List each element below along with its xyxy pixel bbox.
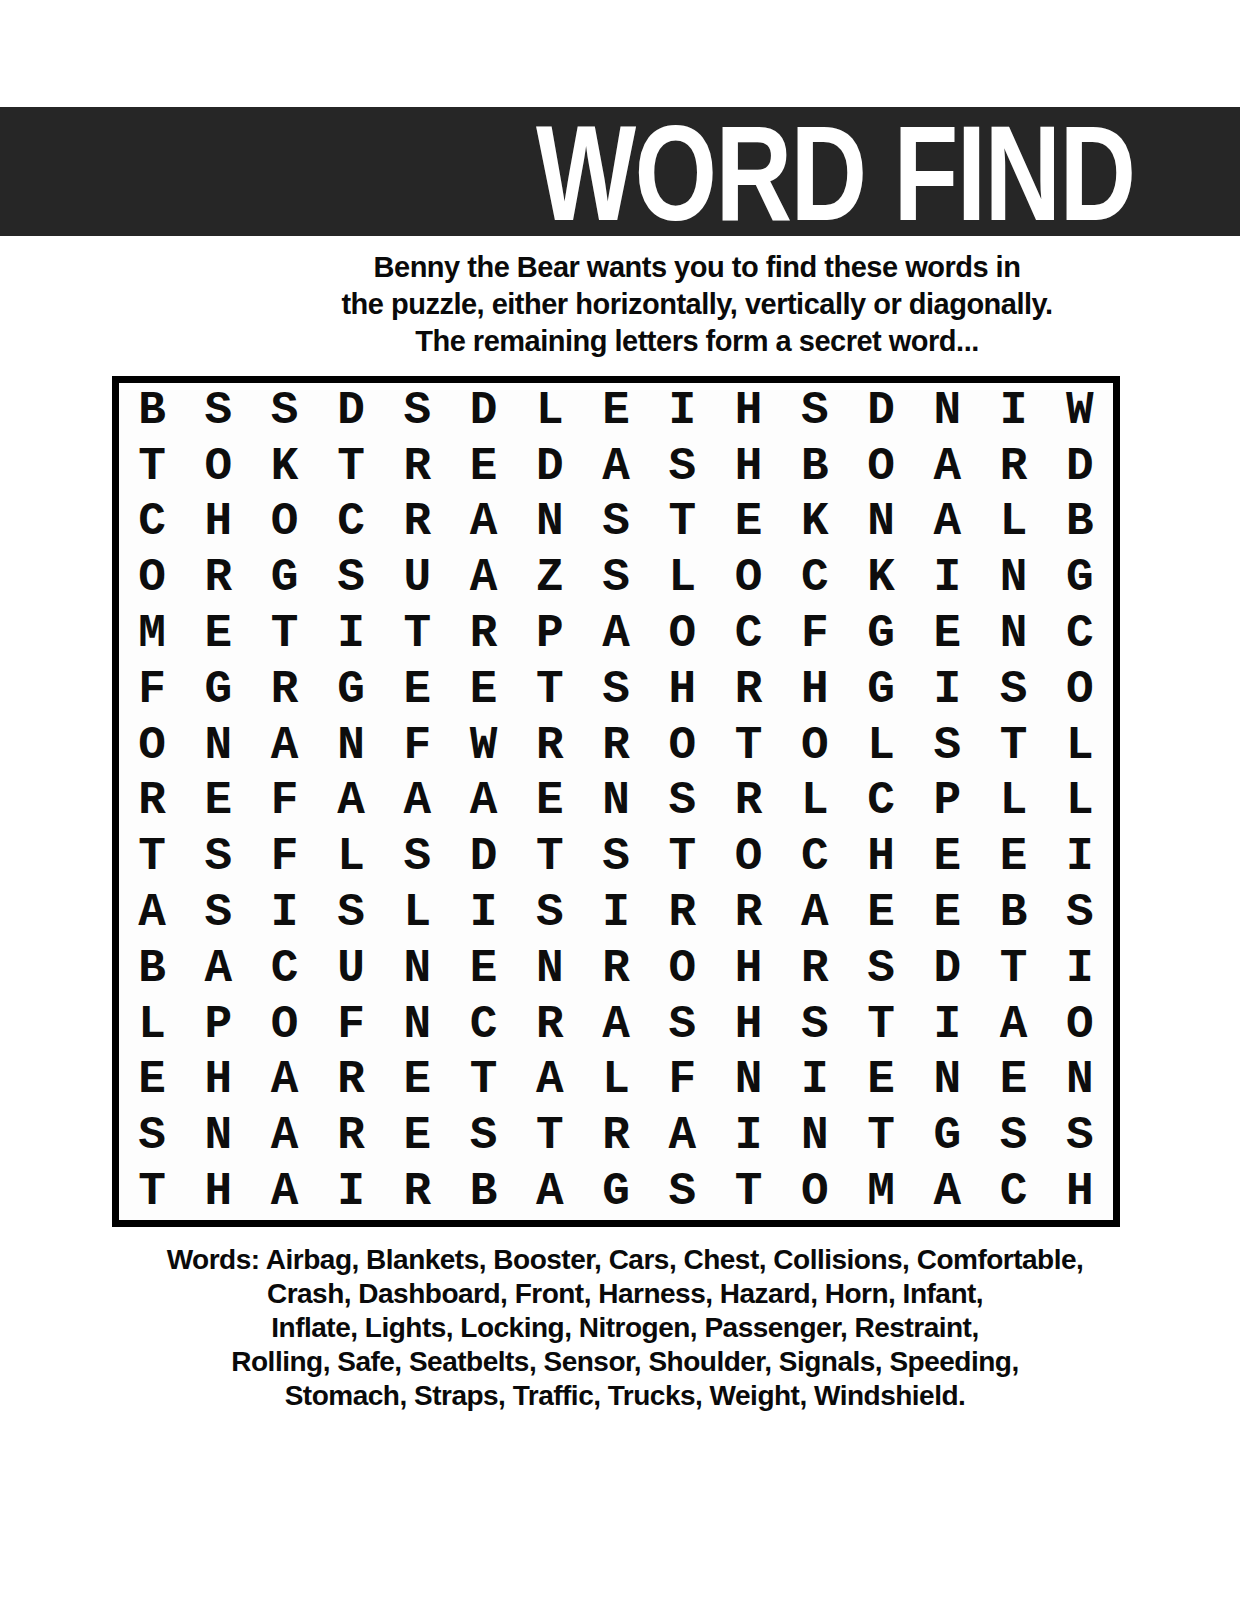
grid-cell[interactable]: N (980, 606, 1046, 662)
grid-cell[interactable]: C (782, 829, 848, 885)
grid-cell[interactable]: I (1047, 941, 1113, 997)
grid-cell[interactable]: A (119, 885, 185, 941)
grid-cell[interactable]: R (583, 1108, 649, 1164)
grid-cell[interactable]: C (252, 941, 318, 997)
grid-cell[interactable]: R (384, 1164, 450, 1220)
grid-cell[interactable]: T (318, 439, 384, 495)
grid-cell[interactable]: O (119, 550, 185, 606)
grid-cell[interactable]: A (517, 1164, 583, 1220)
grid-cell[interactable]: H (715, 439, 781, 495)
grid-cell[interactable]: R (384, 495, 450, 551)
grid-cell[interactable]: D (318, 383, 384, 439)
grid-cell[interactable]: N (384, 997, 450, 1053)
grid-cell[interactable]: L (980, 495, 1046, 551)
grid-cell[interactable]: Z (517, 550, 583, 606)
grid-cell[interactable]: D (914, 941, 980, 997)
grid-cell[interactable]: I (318, 606, 384, 662)
grid-cell[interactable]: T (119, 439, 185, 495)
grid-cell[interactable]: A (252, 1164, 318, 1220)
grid-cell[interactable]: R (649, 885, 715, 941)
grid-cell[interactable]: A (517, 1053, 583, 1109)
instructions: Benny the Bear wants you to find these w… (0, 249, 1240, 360)
grid-cell[interactable]: S (185, 829, 251, 885)
grid-cell[interactable]: A (185, 941, 251, 997)
grid-cell[interactable]: M (119, 606, 185, 662)
grid-cell[interactable]: F (252, 829, 318, 885)
grid-cell[interactable]: S (649, 774, 715, 830)
grid-cell[interactable]: R (715, 662, 781, 718)
grid-cell[interactable]: R (384, 439, 450, 495)
grid-cell[interactable]: W (1047, 383, 1113, 439)
grid-cell[interactable]: P (517, 606, 583, 662)
grid-cell[interactable]: R (980, 439, 1046, 495)
grid-cell[interactable]: U (384, 550, 450, 606)
grid-cell[interactable]: T (848, 1108, 914, 1164)
grid-cell[interactable]: E (450, 662, 516, 718)
grid-cell[interactable]: A (450, 774, 516, 830)
grid-cell[interactable]: S (384, 829, 450, 885)
grid-cell[interactable]: S (583, 829, 649, 885)
grid-cell[interactable]: F (649, 1053, 715, 1109)
grid-cell[interactable]: S (384, 383, 450, 439)
grid-cell[interactable]: H (715, 383, 781, 439)
grid-cell[interactable]: T (980, 941, 1046, 997)
grid-cell[interactable]: L (848, 718, 914, 774)
grid-cell[interactable]: H (649, 662, 715, 718)
grid-cell[interactable]: S (450, 1108, 516, 1164)
page-title: WORD FIND (536, 105, 1135, 238)
grid-cell[interactable]: R (517, 997, 583, 1053)
grid-cell[interactable]: T (517, 1108, 583, 1164)
grid-cell[interactable]: L (119, 997, 185, 1053)
grid-cell[interactable]: N (517, 941, 583, 997)
grid-cell[interactable]: L (1047, 774, 1113, 830)
grid-cell[interactable]: R (450, 606, 516, 662)
grid-cell[interactable]: N (318, 718, 384, 774)
grid-cell[interactable]: S (848, 941, 914, 997)
grid-cell[interactable]: O (649, 718, 715, 774)
grid-cell[interactable]: E (980, 829, 1046, 885)
grid-cell[interactable]: I (649, 383, 715, 439)
grid-cell[interactable]: E (848, 885, 914, 941)
grid-cell[interactable]: C (848, 774, 914, 830)
grid-cell[interactable]: E (848, 1053, 914, 1109)
grid-cell[interactable]: G (848, 606, 914, 662)
grid-cell[interactable]: O (782, 718, 848, 774)
grid-cell[interactable]: N (1047, 1053, 1113, 1109)
grid-cell[interactable]: T (649, 829, 715, 885)
grid-cell[interactable]: S (185, 383, 251, 439)
grid-cell[interactable]: N (583, 774, 649, 830)
grid-cell[interactable]: L (1047, 718, 1113, 774)
word-list-line-5: Stomach, Straps, Traffic, Trucks, Weight… (10, 1379, 1240, 1413)
grid-cell[interactable]: O (715, 550, 781, 606)
grid-cell[interactable]: E (450, 439, 516, 495)
grid-cell[interactable]: O (1047, 662, 1113, 718)
grid-cell[interactable]: B (980, 885, 1046, 941)
grid-cell[interactable]: T (980, 718, 1046, 774)
grid-cell[interactable]: B (450, 1164, 516, 1220)
grid-cell[interactable]: O (252, 997, 318, 1053)
grid-cell[interactable]: N (914, 1053, 980, 1109)
grid-cell[interactable]: B (119, 941, 185, 997)
grid-cell[interactable]: E (914, 885, 980, 941)
grid-cell[interactable]: S (649, 439, 715, 495)
grid-cell[interactable]: R (517, 718, 583, 774)
grid-cell[interactable]: S (980, 662, 1046, 718)
grid-cell[interactable]: T (715, 718, 781, 774)
grid-cell[interactable]: G (583, 1164, 649, 1220)
grid-cell[interactable]: T (119, 1164, 185, 1220)
grid-cell[interactable]: O (782, 1164, 848, 1220)
grid-cell[interactable]: W (450, 718, 516, 774)
grid-cell[interactable]: A (252, 718, 318, 774)
grid-cell[interactable]: D (450, 383, 516, 439)
grid-cell[interactable]: C (1047, 606, 1113, 662)
grid-cell[interactable]: N (384, 941, 450, 997)
grid-cell[interactable]: N (715, 1053, 781, 1109)
grid-cell[interactable]: A (583, 606, 649, 662)
grid-cell[interactable]: M (848, 1164, 914, 1220)
grid-cell[interactable]: T (384, 606, 450, 662)
grid-cell[interactable]: E (185, 606, 251, 662)
grid-cell[interactable]: R (252, 662, 318, 718)
grid-cell[interactable]: P (185, 997, 251, 1053)
grid-cell[interactable]: C (715, 606, 781, 662)
grid-cell[interactable]: O (649, 941, 715, 997)
grid-cell[interactable]: E (384, 1053, 450, 1109)
grid-cell[interactable]: B (782, 439, 848, 495)
grid-cell[interactable]: S (583, 550, 649, 606)
grid-cell[interactable]: E (715, 495, 781, 551)
grid-cell[interactable]: A (450, 495, 516, 551)
grid-cell[interactable]: E (119, 1053, 185, 1109)
word-list-line-3: Inflate, Lights, Locking, Nitrogen, Pass… (10, 1311, 1240, 1345)
grid-cell[interactable]: R (185, 550, 251, 606)
grid-cell[interactable]: D (1047, 439, 1113, 495)
grid-cell[interactable]: T (252, 606, 318, 662)
grid-cell[interactable]: A (649, 1108, 715, 1164)
grid-cell[interactable]: A (782, 885, 848, 941)
grid-cell[interactable]: N (980, 550, 1046, 606)
grid-cell[interactable]: B (119, 383, 185, 439)
grid-cell[interactable]: L (782, 774, 848, 830)
grid-cell[interactable]: N (185, 1108, 251, 1164)
grid-cell[interactable]: R (318, 1053, 384, 1109)
grid-cell[interactable]: S (1047, 885, 1113, 941)
grid-cell[interactable]: S (517, 885, 583, 941)
grid-cell[interactable]: S (782, 997, 848, 1053)
instructions-line-3: The remaining letters form a secret word… (154, 323, 1240, 360)
grid-cell[interactable]: F (782, 606, 848, 662)
grid-cell[interactable]: G (914, 1108, 980, 1164)
grid-cell[interactable]: I (914, 662, 980, 718)
grid-cell[interactable]: S (119, 1108, 185, 1164)
grid-cell[interactable]: O (185, 439, 251, 495)
grid-cell[interactable]: L (384, 885, 450, 941)
worksheet-page: WORD FIND Benny the Bear wants you to fi… (0, 0, 1240, 1600)
grid-cell[interactable]: S (318, 885, 384, 941)
grid-cell[interactable]: I (914, 550, 980, 606)
grid-cell[interactable]: A (384, 774, 450, 830)
grid-cell[interactable]: E (450, 941, 516, 997)
grid-cell[interactable]: T (119, 829, 185, 885)
grid-cell[interactable]: C (782, 550, 848, 606)
grid-cell[interactable]: F (119, 662, 185, 718)
grid-cell[interactable]: F (384, 718, 450, 774)
grid-cell[interactable]: G (1047, 550, 1113, 606)
grid-cell[interactable]: S (1047, 1108, 1113, 1164)
grid-cell[interactable]: A (914, 495, 980, 551)
header-bar: WORD FIND (0, 107, 1240, 236)
grid-cell[interactable]: K (848, 550, 914, 606)
grid-cell[interactable]: L (649, 550, 715, 606)
grid-cell[interactable]: E (384, 662, 450, 718)
grid-cell[interactable]: L (318, 829, 384, 885)
grid-cell[interactable]: E (517, 774, 583, 830)
grid-cell[interactable]: S (649, 1164, 715, 1220)
grid-cell[interactable]: H (185, 1053, 251, 1109)
grid-cell[interactable]: I (318, 1164, 384, 1220)
word-list-line-2: Crash, Dashboard, Front, Harness, Hazard… (10, 1277, 1240, 1311)
grid-cell[interactable]: N (782, 1108, 848, 1164)
grid-cell[interactable]: A (252, 1108, 318, 1164)
grid-cell[interactable]: G (185, 662, 251, 718)
grid-cell[interactable]: T (517, 662, 583, 718)
grid-cell[interactable]: H (715, 997, 781, 1053)
grid-cell[interactable]: O (649, 606, 715, 662)
grid-cell[interactable]: K (782, 495, 848, 551)
word-list: Words: Airbag, Blankets, Booster, Cars, … (0, 1243, 1240, 1413)
grid-cell[interactable]: A (450, 550, 516, 606)
instructions-line-1: Benny the Bear wants you to find these w… (154, 249, 1240, 286)
grid-cell[interactable]: S (649, 997, 715, 1053)
grid-cell[interactable]: K (252, 439, 318, 495)
grid-cell[interactable]: O (119, 718, 185, 774)
grid-cell[interactable]: P (914, 774, 980, 830)
grid-cell[interactable]: I (980, 383, 1046, 439)
grid-cell[interactable]: F (252, 774, 318, 830)
grid-cell[interactable]: I (1047, 829, 1113, 885)
grid-cell[interactable]: N (185, 718, 251, 774)
grid-cell[interactable]: C (980, 1164, 1046, 1220)
grid-cell[interactable]: B (1047, 495, 1113, 551)
grid-cell[interactable]: A (252, 1053, 318, 1109)
grid-cell[interactable]: D (450, 829, 516, 885)
grid-cell[interactable]: I (583, 885, 649, 941)
grid-cell[interactable]: I (715, 1108, 781, 1164)
grid-cell[interactable]: R (782, 941, 848, 997)
grid-cell[interactable]: G (848, 662, 914, 718)
word-list-line-1: Words: Airbag, Blankets, Booster, Cars, … (10, 1243, 1240, 1277)
grid-cell[interactable]: A (914, 439, 980, 495)
grid-cell[interactable]: O (1047, 997, 1113, 1053)
grid-cell[interactable]: A (914, 1164, 980, 1220)
grid-cell[interactable]: C (318, 495, 384, 551)
grid-cell[interactable]: H (782, 662, 848, 718)
grid-cell[interactable]: E (980, 1053, 1046, 1109)
grid-cell[interactable]: O (715, 829, 781, 885)
grid-cell[interactable]: T (715, 1164, 781, 1220)
grid-cell[interactable]: S (583, 662, 649, 718)
grid-cell[interactable]: N (914, 383, 980, 439)
grid-cell[interactable]: H (848, 829, 914, 885)
word-list-line-4: Rolling, Safe, Seatbelts, Sensor, Should… (10, 1345, 1240, 1379)
grid-cell[interactable]: I (252, 885, 318, 941)
grid-cell[interactable]: L (583, 1053, 649, 1109)
grid-cell[interactable]: D (517, 439, 583, 495)
grid-cell[interactable]: U (318, 941, 384, 997)
grid-cell[interactable]: S (782, 383, 848, 439)
grid-cell[interactable]: H (185, 1164, 251, 1220)
grid-cell[interactable]: A (318, 774, 384, 830)
instructions-line-2: the puzzle, either horizontally, vertica… (154, 286, 1240, 323)
grid-cell[interactable]: H (185, 495, 251, 551)
grid-cell[interactable]: R (715, 885, 781, 941)
grid-cell[interactable]: H (715, 941, 781, 997)
grid-cell[interactable]: A (980, 997, 1046, 1053)
grid-cell[interactable]: G (318, 662, 384, 718)
grid-cell[interactable]: R (318, 1108, 384, 1164)
grid-cell[interactable]: T (848, 997, 914, 1053)
grid-cell[interactable]: E (583, 383, 649, 439)
grid-cell[interactable]: E (185, 774, 251, 830)
grid-cell[interactable]: D (848, 383, 914, 439)
grid-cell[interactable]: S (252, 383, 318, 439)
grid-cell[interactable]: E (384, 1108, 450, 1164)
grid-cell[interactable]: F (318, 997, 384, 1053)
grid-cell[interactable]: E (914, 829, 980, 885)
grid-cell[interactable]: L (517, 383, 583, 439)
grid-cell[interactable]: S (318, 550, 384, 606)
grid-cell[interactable]: I (782, 1053, 848, 1109)
grid-cell[interactable]: E (914, 606, 980, 662)
grid-cell[interactable]: N (848, 495, 914, 551)
grid-cell[interactable]: R (583, 941, 649, 997)
grid-cell[interactable]: O (252, 495, 318, 551)
grid-cell[interactable]: T (649, 495, 715, 551)
grid-cell[interactable]: R (583, 718, 649, 774)
grid-cell[interactable]: O (848, 439, 914, 495)
grid-cell[interactable]: A (583, 997, 649, 1053)
grid-cell[interactable]: S (914, 718, 980, 774)
grid-cell[interactable]: S (185, 885, 251, 941)
word-search-grid: BSSDSDLEIHSDNIWTOKTREDASHBOARDCHOCRANSTE… (112, 376, 1120, 1227)
grid-cell[interactable]: H (1047, 1164, 1113, 1220)
grid-cell[interactable]: R (715, 774, 781, 830)
grid-cell[interactable]: G (252, 550, 318, 606)
grid-cell[interactable]: S (980, 1108, 1046, 1164)
grid-cell[interactable]: I (450, 885, 516, 941)
grid-cell[interactable]: T (517, 829, 583, 885)
grid-cell[interactable]: C (119, 495, 185, 551)
grid-cell[interactable]: N (517, 495, 583, 551)
grid-cell[interactable]: L (980, 774, 1046, 830)
grid-cell[interactable]: T (450, 1053, 516, 1109)
grid-cell[interactable]: I (914, 997, 980, 1053)
grid-cell[interactable]: A (583, 439, 649, 495)
grid-cell[interactable]: C (450, 997, 516, 1053)
grid-cell[interactable]: S (583, 495, 649, 551)
grid-cell[interactable]: R (119, 774, 185, 830)
